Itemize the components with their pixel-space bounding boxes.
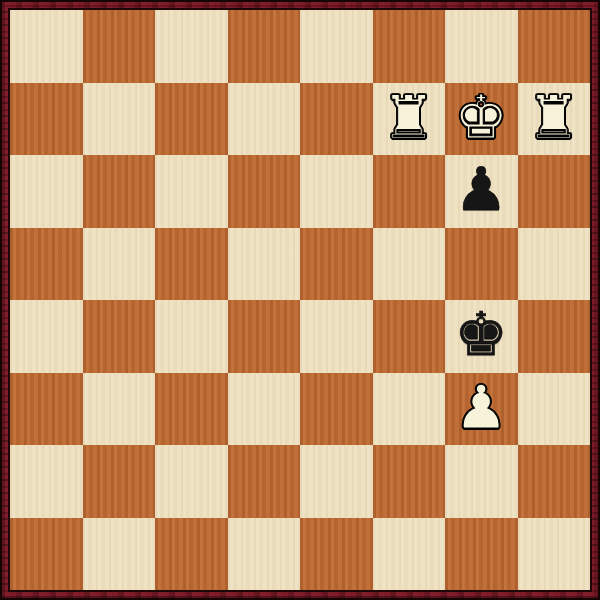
- square-g7[interactable]: ♚: [445, 83, 518, 156]
- square-g2[interactable]: [445, 445, 518, 518]
- square-d8[interactable]: [228, 10, 301, 83]
- square-e6[interactable]: [300, 155, 373, 228]
- square-a1[interactable]: [10, 518, 83, 591]
- square-d1[interactable]: [228, 518, 301, 591]
- square-f6[interactable]: [373, 155, 446, 228]
- square-c4[interactable]: [155, 300, 228, 373]
- square-e5[interactable]: [300, 228, 373, 301]
- square-e4[interactable]: [300, 300, 373, 373]
- white-rook-piece[interactable]: ♜: [527, 87, 581, 147]
- white-rook-piece[interactable]: ♜: [382, 87, 436, 147]
- square-h7[interactable]: ♜: [518, 83, 591, 156]
- square-g8[interactable]: [445, 10, 518, 83]
- square-g6[interactable]: ♟: [445, 155, 518, 228]
- square-c6[interactable]: [155, 155, 228, 228]
- square-g1[interactable]: [445, 518, 518, 591]
- square-b5[interactable]: [83, 228, 156, 301]
- square-e8[interactable]: [300, 10, 373, 83]
- square-e3[interactable]: [300, 373, 373, 446]
- square-g3[interactable]: ♟: [445, 373, 518, 446]
- square-a3[interactable]: [10, 373, 83, 446]
- square-d5[interactable]: [228, 228, 301, 301]
- square-c2[interactable]: [155, 445, 228, 518]
- square-d3[interactable]: [228, 373, 301, 446]
- black-pawn-piece[interactable]: ♟: [454, 159, 508, 219]
- square-h1[interactable]: [518, 518, 591, 591]
- square-e2[interactable]: [300, 445, 373, 518]
- square-d6[interactable]: [228, 155, 301, 228]
- square-e7[interactable]: [300, 83, 373, 156]
- board-frame: ♜♚♜♟♚♟: [0, 0, 600, 600]
- square-c8[interactable]: [155, 10, 228, 83]
- square-a6[interactable]: [10, 155, 83, 228]
- square-a8[interactable]: [10, 10, 83, 83]
- square-b1[interactable]: [83, 518, 156, 591]
- square-b8[interactable]: [83, 10, 156, 83]
- square-g5[interactable]: [445, 228, 518, 301]
- square-h2[interactable]: [518, 445, 591, 518]
- square-c7[interactable]: [155, 83, 228, 156]
- square-a4[interactable]: [10, 300, 83, 373]
- square-c3[interactable]: [155, 373, 228, 446]
- square-f1[interactable]: [373, 518, 446, 591]
- square-g4[interactable]: ♚: [445, 300, 518, 373]
- square-a5[interactable]: [10, 228, 83, 301]
- square-f2[interactable]: [373, 445, 446, 518]
- square-a7[interactable]: [10, 83, 83, 156]
- square-b3[interactable]: [83, 373, 156, 446]
- square-b6[interactable]: [83, 155, 156, 228]
- square-f8[interactable]: [373, 10, 446, 83]
- chess-board: ♜♚♜♟♚♟: [8, 8, 592, 592]
- square-d7[interactable]: [228, 83, 301, 156]
- square-f4[interactable]: [373, 300, 446, 373]
- square-f5[interactable]: [373, 228, 446, 301]
- square-h6[interactable]: [518, 155, 591, 228]
- square-f7[interactable]: ♜: [373, 83, 446, 156]
- square-e1[interactable]: [300, 518, 373, 591]
- square-c1[interactable]: [155, 518, 228, 591]
- square-c5[interactable]: [155, 228, 228, 301]
- square-b2[interactable]: [83, 445, 156, 518]
- white-king-piece[interactable]: ♚: [454, 87, 508, 147]
- square-f3[interactable]: [373, 373, 446, 446]
- square-b7[interactable]: [83, 83, 156, 156]
- square-h5[interactable]: [518, 228, 591, 301]
- square-h3[interactable]: [518, 373, 591, 446]
- square-h8[interactable]: [518, 10, 591, 83]
- square-d4[interactable]: [228, 300, 301, 373]
- square-b4[interactable]: [83, 300, 156, 373]
- white-pawn-piece[interactable]: ♟: [454, 377, 508, 437]
- square-d2[interactable]: [228, 445, 301, 518]
- square-a2[interactable]: [10, 445, 83, 518]
- square-h4[interactable]: [518, 300, 591, 373]
- black-king-piece[interactable]: ♚: [454, 304, 508, 364]
